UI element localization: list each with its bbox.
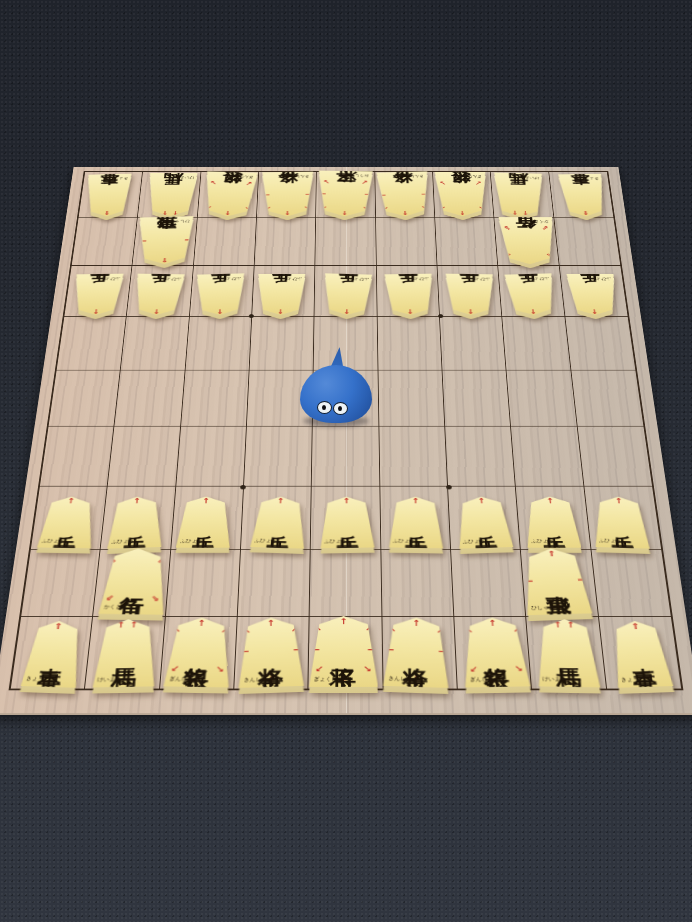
move-arrow-icon: ↘ [210, 179, 217, 184]
move-arrow-icon: ↘ [440, 180, 447, 185]
piece-sente-knight[interactable]: ↑↑桂馬けいま [93, 619, 159, 687]
piece-kana-label: ふひょう [42, 538, 66, 545]
piece-gote-lance[interactable]: ⇑香車きょうしゃ [85, 173, 132, 216]
piece-kana-label: ふひょう [161, 276, 181, 281]
piece-sente-pawn[interactable]: ↑歩兵ふひょう [176, 496, 233, 547]
piece-face: ⇑⇐⇒⇓飛車ひしゃ [520, 548, 593, 616]
piece-sente-pawn[interactable]: ↑歩兵ふひょう [455, 496, 514, 549]
piece-face: ↑↖↗↙↘銀将ぎんしょう [163, 617, 233, 687]
piece-gote-bishop[interactable]: ⇖⇗⇙⇘角行かくぎょう [499, 217, 558, 264]
move-arrow-icon: ↑ [343, 497, 351, 504]
piece-kana-label: ぎんしょう [168, 676, 199, 684]
move-arrow-icon: ⇑ [161, 257, 168, 263]
move-arrow-icon: ⇑ [631, 622, 640, 630]
square-46[interactable] [379, 427, 448, 487]
move-arrow-icon: ↖ [388, 625, 396, 634]
move-arrow-icon: ↗ [513, 625, 522, 633]
piece-face: ↑↑桂馬けいま [145, 173, 197, 216]
piece-face: ⇑香車きょうしゃ [558, 174, 608, 217]
move-arrow-icon: → [293, 646, 301, 655]
piece-face: ↑歩兵ふひょう [250, 496, 307, 549]
square-59[interactable]: ↑↖↗←→↙↘↓玉将ぎょくしょう [309, 617, 383, 688]
piece-kana-label: きょうしゃ [105, 176, 129, 181]
slime-toy [297, 347, 375, 427]
piece-gote-knight[interactable]: ↑↑桂馬けいま [494, 172, 544, 216]
move-arrow-icon: ↑ [267, 619, 275, 627]
square-63[interactable]: ↑歩兵ふひょう [252, 266, 315, 317]
slime-eye [317, 401, 332, 414]
square-13[interactable]: ↑歩兵ふひょう [559, 266, 627, 317]
piece-kana-label: ふひょう [470, 276, 490, 281]
square-62[interactable] [255, 218, 317, 266]
move-arrow-icon: ↑ [344, 308, 351, 314]
square-48[interactable] [381, 550, 454, 617]
piece-sente-pawn[interactable]: ↑歩兵ふひょう [37, 496, 98, 548]
move-arrow-icon: ↘ [215, 666, 224, 675]
piece-face: ↑↖↗↙↘銀将ぎんしょう [201, 171, 257, 217]
square-15[interactable] [571, 370, 643, 427]
piece-kana-label: おうしょう [346, 173, 370, 178]
piece-gote-pawn[interactable]: ↑歩兵ふひょう [196, 273, 244, 315]
square-57[interactable]: ↑歩兵ふひょう [311, 486, 381, 549]
piece-kana-label: ぎんしょう [469, 676, 500, 684]
piece-kana-label: ふひょう [325, 538, 348, 545]
piece-kanji-label: 歩兵 [268, 521, 290, 522]
square-45[interactable] [378, 370, 445, 427]
piece-kanji-label: 香車 [629, 653, 652, 654]
piece-face: ↑歩兵ふひょう [505, 273, 558, 315]
piece-kanji-label: 歩兵 [210, 294, 230, 295]
move-arrow-icon: ↗ [436, 626, 444, 635]
square-32[interactable] [435, 218, 498, 266]
piece-sente-bishop[interactable]: ⇖⇗⇙⇘角行かくぎょう [99, 548, 171, 615]
square-53[interactable]: ↑歩兵ふひょう [315, 266, 378, 317]
piece-kanji-label: 飛車 [156, 240, 177, 241]
square-93[interactable]: ↑歩兵ふひょう [64, 266, 132, 317]
move-arrow-icon: ↙ [170, 665, 179, 674]
square-47[interactable]: ↑歩兵ふひょう [380, 486, 451, 549]
square-26[interactable] [511, 427, 584, 487]
piece-face: ↑歩兵ふひょう [72, 274, 124, 315]
piece-kana-label: ふひょう [531, 538, 554, 544]
move-arrow-icon: ⇒ [140, 238, 147, 244]
square-14[interactable] [565, 317, 635, 371]
move-arrow-icon: ↑ [554, 620, 563, 628]
move-arrow-icon: ↙ [475, 180, 482, 185]
piece-kana-label: けいま [180, 175, 194, 180]
square-28[interactable]: ⇑⇐⇒⇓飛車ひしゃ [521, 550, 599, 617]
star-point [438, 314, 443, 318]
piece-face: ⇑香車きょうしゃ [21, 620, 86, 688]
square-29[interactable]: ↑↑桂馬けいま [526, 617, 606, 688]
move-arrow-icon: ↑ [216, 308, 223, 314]
square-41[interactable]: ↑↖↗←→↓金将きんしょう [375, 172, 435, 218]
square-98[interactable] [21, 550, 101, 617]
piece-kanji-label: 香車 [42, 653, 65, 654]
slime-eye [333, 402, 348, 415]
square-66[interactable] [244, 427, 313, 487]
piece-sente-pawn[interactable]: ↑歩兵ふひょう [592, 496, 650, 549]
square-11[interactable]: ⇑香車きょうしゃ [549, 172, 614, 218]
board-grid: ⇑香車きょうしゃ↑↑桂馬けいま↑↖↗↙↘銀将ぎんしょう↑↖↗←→↓金将きんしょう… [9, 171, 684, 690]
move-arrow-icon: ↖ [314, 624, 322, 632]
square-86[interactable] [108, 427, 181, 487]
piece-kana-label: きんしょう [388, 675, 418, 683]
piece-face: ⇑香車きょうしゃ [85, 173, 132, 216]
square-17[interactable]: ↑歩兵ふひょう [584, 486, 661, 549]
piece-gote-gold[interactable]: ↑↖↗←→↓金将きんしょう [262, 172, 314, 217]
move-arrow-icon: ↘ [363, 665, 371, 674]
move-arrow-icon: ⇒ [577, 576, 586, 584]
move-arrow-icon: ↑ [117, 621, 126, 629]
move-arrow-icon: ⇘ [151, 595, 160, 603]
move-arrow-icon: ← [311, 646, 319, 654]
piece-sente-silver[interactable]: ↑↖↗↙↘銀将ぎんしょう [163, 617, 233, 687]
piece-kana-label: きんしょう [286, 174, 310, 179]
piece-kana-label: ふひょう [393, 538, 416, 545]
move-arrow-icon: ↙ [245, 180, 252, 185]
move-arrow-icon: ↑ [412, 619, 420, 627]
move-arrow-icon: ↑ [284, 210, 291, 216]
square-88[interactable]: ⇖⇗⇙⇘角行かくぎょう [93, 550, 171, 617]
square-79[interactable]: ↑↖↗↙↘銀将ぎんしょう [160, 617, 238, 688]
piece-gote-pawn[interactable]: ↑歩兵ふひょう [133, 274, 185, 315]
move-arrow-icon: → [367, 646, 375, 654]
move-arrow-icon: ⇙ [542, 225, 549, 231]
square-84[interactable] [121, 317, 190, 371]
square-23[interactable]: ↑歩兵ふひょう [498, 266, 565, 317]
move-arrow-icon: → [263, 192, 270, 197]
piece-face: ↑歩兵ふひょう [37, 496, 98, 548]
move-arrow-icon: ↑ [467, 308, 474, 314]
piece-gote-pawn[interactable]: ↑歩兵ふひょう [567, 274, 620, 315]
piece-kana-label: ふひょう [349, 276, 369, 282]
piece-kana-label: けいま [543, 676, 562, 684]
square-22[interactable]: ⇖⇗⇙⇘角行かくぎょう [495, 218, 560, 266]
piece-gote-pawn[interactable]: ↑歩兵ふひょう [446, 274, 495, 315]
piece-gote-silver[interactable]: ↑↖↗↙↘銀将ぎんしょう [435, 172, 489, 216]
piece-kana-label: きんしょう [400, 173, 424, 178]
square-52[interactable] [316, 218, 377, 266]
move-arrow-icon: ↑ [340, 617, 348, 625]
piece-face: ↑歩兵ふひょう [108, 496, 164, 549]
move-arrow-icon: ↑ [153, 308, 161, 314]
move-arrow-icon: ⇑ [582, 210, 589, 216]
square-74[interactable] [185, 317, 252, 371]
square-89[interactable]: ↑↑桂馬けいま [85, 617, 165, 688]
piece-gote-rook[interactable]: ⇑⇐⇒⇓飛車ひしゃ [137, 216, 194, 264]
square-92[interactable] [72, 218, 138, 266]
move-arrow-icon: ⇘ [504, 225, 511, 231]
square-58[interactable] [310, 550, 382, 617]
piece-kana-label: ふひょう [112, 538, 135, 545]
square-73[interactable]: ↑歩兵ふひょう [190, 266, 255, 317]
square-18[interactable] [591, 550, 671, 617]
piece-kana-label: ふひょう [409, 276, 429, 281]
move-arrow-icon: ↑ [93, 308, 101, 314]
shogi-board: ⇑香車きょうしゃ↑↑桂馬けいま↑↖↗↙↘銀将ぎんしょう↑↖↗←→↓金将きんしょう… [0, 167, 692, 715]
piece-kanji-label: 歩兵 [125, 521, 147, 522]
square-77[interactable]: ↑歩兵ふひょう [171, 486, 244, 549]
piece-kanji-label: 金将 [259, 651, 284, 652]
move-arrow-icon: ↑ [130, 620, 139, 628]
piece-face: ↑歩兵ふひょう [133, 274, 185, 315]
square-97[interactable]: ↑歩兵ふひょう [31, 486, 108, 549]
piece-gote-pawn[interactable]: ↑歩兵ふひょう [72, 274, 124, 315]
square-56[interactable] [312, 427, 380, 487]
square-42[interactable] [376, 218, 438, 266]
piece-face: ⇑香車きょうしゃ [608, 620, 673, 688]
piece-sente-lance[interactable]: ⇑香車きょうしゃ [608, 620, 673, 688]
piece-gote-pawn[interactable]: ↑歩兵ふひょう [505, 273, 558, 315]
piece-gote-pawn[interactable]: ↑歩兵ふひょう [384, 274, 434, 315]
move-arrow-icon: ↑ [546, 497, 554, 504]
square-43[interactable]: ↑歩兵ふひょう [376, 266, 439, 317]
square-87[interactable]: ↑歩兵ふひょう [101, 486, 176, 549]
square-36[interactable] [445, 427, 516, 487]
move-arrow-icon: ⇙ [106, 594, 115, 602]
move-arrow-icon: → [320, 191, 327, 196]
move-arrow-icon: ↑ [615, 497, 623, 505]
square-71[interactable]: ↑↖↗↙↘銀将ぎんしょう [197, 172, 259, 218]
move-arrow-icon: ⇑ [548, 550, 557, 558]
piece-kana-label: ぎんしょう [230, 174, 254, 179]
move-arrow-icon: ↘ [324, 179, 331, 184]
piece-gote-gold[interactable]: ↑↖↗←→↓金将きんしょう [376, 171, 431, 217]
move-arrow-icon: ↑ [488, 619, 497, 627]
move-arrow-icon: → [438, 648, 446, 657]
piece-sente-knight[interactable]: ↑↑桂馬けいま [535, 619, 601, 687]
move-arrow-icon: ↑ [67, 497, 76, 504]
piece-face: ↑歩兵ふひょう [256, 274, 305, 315]
piece-sente-king-sente[interactable]: ↑↖↗←→↙↘↓玉将ぎょくしょう [309, 616, 378, 687]
piece-kana-label: きょうしゃ [621, 676, 652, 684]
square-61[interactable]: ↑↖↗←→↓金将きんしょう [257, 172, 317, 218]
piece-face: ⇑⇐⇒⇓飛車ひしゃ [137, 216, 194, 264]
piece-kana-label: きんしょう [243, 676, 273, 684]
piece-sente-pawn[interactable]: ↑歩兵ふひょう [389, 496, 443, 548]
move-arrow-icon: ↑ [459, 210, 466, 216]
piece-face: ↑歩兵ふひょう [455, 496, 514, 549]
square-67[interactable]: ↑歩兵ふひょう [241, 486, 312, 549]
piece-gote-pawn[interactable]: ↑歩兵ふひょう [256, 274, 305, 315]
move-arrow-icon: ↑ [277, 497, 285, 505]
piece-face: ↑歩兵ふひょう [567, 274, 620, 315]
square-12[interactable] [554, 218, 620, 266]
piece-kanji-label: 金将 [403, 651, 428, 652]
square-21[interactable]: ↑↑桂馬けいま [491, 172, 554, 218]
piece-sente-pawn[interactable]: ↑歩兵ふひょう [320, 496, 374, 548]
move-arrow-icon: ↗ [220, 626, 229, 634]
square-49[interactable]: ↑↖↗←→↓金将きんしょう [382, 617, 458, 688]
square-69[interactable]: ↑↖↗←→↓金将きんしょう [234, 617, 310, 688]
piece-kana-label: けいま [525, 175, 539, 180]
square-44[interactable] [377, 317, 442, 371]
square-37[interactable]: ↑歩兵ふひょう [448, 486, 521, 549]
square-34[interactable] [440, 317, 507, 371]
move-arrow-icon: ⇐ [525, 577, 534, 585]
square-76[interactable] [176, 427, 247, 487]
square-24[interactable] [502, 317, 571, 371]
square-96[interactable] [40, 427, 115, 487]
square-51[interactable]: ↑↖↗←→↙↘↓王将おうしょう [316, 172, 375, 218]
square-99[interactable]: ⇑香車きょうしゃ [11, 617, 93, 688]
move-arrow-icon: ↖ [172, 625, 181, 633]
square-38[interactable] [451, 550, 526, 617]
piece-kana-label: きょうしゃ [575, 176, 599, 181]
piece-face: ↑歩兵ふひょう [196, 273, 244, 315]
move-arrow-icon: ← [241, 648, 249, 657]
move-arrow-icon: ⇑ [104, 210, 111, 216]
square-95[interactable] [48, 370, 120, 427]
piece-kana-label: きょうしゃ [25, 675, 56, 683]
piece-face: ↑↖↗←→↓金将きんしょう [376, 171, 431, 217]
piece-kana-label: かくぎょう [104, 604, 134, 611]
move-arrow-icon: ↑ [342, 210, 349, 216]
piece-gote-knight[interactable]: ↑↑桂馬けいま [145, 173, 197, 216]
move-arrow-icon: ⇓ [555, 604, 564, 612]
move-arrow-icon: ⇓ [163, 219, 170, 225]
piece-kanji-label: 飛車 [544, 581, 568, 582]
piece-face: ↑↖↗↙↘銀将ぎんしょう [461, 617, 531, 687]
piece-sente-pawn[interactable]: ↑歩兵ふひょう [108, 496, 164, 549]
piece-gote-silver[interactable]: ↑↖↗↙↘銀将ぎんしょう [201, 171, 257, 217]
piece-sente-rook[interactable]: ⇑⇐⇒⇓飛車ひしゃ [520, 548, 593, 616]
square-83[interactable]: ↑歩兵ふひょう [127, 266, 194, 317]
slime-body [300, 365, 372, 423]
piece-kana-label: ふひょう [254, 537, 277, 544]
move-arrow-icon: ↖ [243, 626, 251, 635]
move-arrow-icon: ↑ [591, 308, 599, 314]
move-arrow-icon: ↑ [412, 497, 420, 504]
square-31[interactable]: ↑↖↗↙↘銀将ぎんしょう [433, 172, 495, 218]
piece-kana-label: ふひょう [100, 276, 120, 281]
piece-sente-pawn[interactable]: ↑歩兵ふひょう [523, 496, 581, 547]
move-arrow-icon: ↑ [197, 619, 206, 627]
square-81[interactable]: ↑↑桂馬けいま [138, 172, 201, 218]
piece-kanji-label: 歩兵 [610, 521, 632, 522]
square-94[interactable] [57, 317, 127, 371]
piece-face: ↑↖↗↙↘銀将ぎんしょう [435, 172, 489, 216]
piece-kana-label: ひしゃ [175, 219, 190, 224]
piece-face: ↑↖↗←→↙↘↓王将おうしょう [317, 170, 373, 216]
piece-sente-silver[interactable]: ↑↖↗↙↘銀将ぎんしょう [461, 617, 531, 687]
move-arrow-icon: ↙ [470, 666, 479, 675]
piece-face: ⇖⇗⇙⇘角行かくぎょう [499, 217, 558, 264]
piece-face: ↑↖↗←→↓金将きんしょう [262, 172, 314, 217]
move-arrow-icon: ↑ [133, 497, 141, 505]
square-72[interactable] [194, 218, 257, 266]
move-arrow-icon: ↙ [362, 179, 369, 184]
piece-kana-label: ふひょう [529, 276, 550, 282]
piece-face: ↑歩兵ふひょう [592, 496, 650, 549]
piece-kana-label: ぎんしょう [459, 174, 483, 179]
move-arrow-icon: ⇗ [157, 557, 166, 565]
piece-kana-label: ふひょう [599, 537, 622, 544]
piece-kana-label: ひしゃ [531, 605, 549, 612]
move-arrow-icon: ↑ [202, 497, 210, 504]
piece-face: ↑↖↗←→↓金将きんしょう [239, 617, 304, 688]
piece-sente-lance[interactable]: ⇑香車きょうしゃ [21, 620, 86, 688]
move-arrow-icon: ← [305, 191, 312, 196]
move-arrow-icon: ↗ [365, 624, 373, 632]
piece-face: ↑↑桂馬けいま [494, 172, 544, 216]
piece-kana-label: けいま [98, 676, 117, 684]
square-75[interactable] [181, 370, 250, 427]
photo-scene: ⇑香車きょうしゃ↑↑桂馬けいま↑↖↗↙↘銀将ぎんしょう↑↖↗←→↓金将きんしょう… [0, 0, 692, 922]
square-78[interactable] [165, 550, 240, 617]
square-27[interactable]: ↑歩兵ふひょう [516, 486, 591, 549]
move-arrow-icon: ↘ [514, 665, 523, 674]
piece-face: ↑歩兵ふひょう [176, 496, 233, 547]
piece-face: ↑↖↗←→↙↘↓玉将ぎょくしょう [309, 616, 378, 687]
piece-face: ↑歩兵ふひょう [389, 496, 443, 548]
piece-kana-label: ぎょくしょう [314, 676, 350, 683]
piece-sente-gold[interactable]: ↑↖↗←→↓金将きんしょう [239, 617, 304, 688]
piece-gote-pawn[interactable]: ↑歩兵ふひょう [323, 273, 373, 315]
square-16[interactable] [577, 427, 652, 487]
piece-kanji-label: 歩兵 [521, 294, 541, 295]
piece-kanji-label: 歩兵 [473, 521, 495, 522]
square-19[interactable]: ⇑香車きょうしゃ [599, 617, 682, 688]
move-arrow-icon: ↗ [291, 625, 299, 634]
move-arrow-icon: ↑ [530, 308, 538, 314]
move-arrow-icon: ↑ [406, 308, 413, 314]
square-85[interactable] [115, 370, 186, 427]
move-arrow-icon: ⇑ [54, 622, 63, 630]
piece-kana-label: ふひょう [221, 276, 241, 282]
square-25[interactable] [507, 370, 578, 427]
piece-face: ↑歩兵ふひょう [523, 496, 581, 547]
piece-kana-label: ふひょう [591, 276, 612, 281]
move-arrow-icon: ← [421, 191, 428, 197]
piece-gote-king-gote[interactable]: ↑↖↗←→↙↘↓王将おうしょう [317, 170, 373, 216]
piece-face: ⇖⇗⇙⇘角行かくぎょう [99, 548, 171, 615]
move-arrow-icon: ↑ [402, 210, 409, 216]
move-arrow-icon: ↑ [277, 308, 284, 314]
move-arrow-icon: → [379, 192, 386, 198]
piece-sente-pawn[interactable]: ↑歩兵ふひょう [250, 496, 307, 549]
square-33[interactable]: ↑歩兵ふひょう [437, 266, 502, 317]
square-68[interactable] [238, 550, 311, 617]
star-point [446, 485, 452, 489]
move-arrow-icon: ⇖ [109, 556, 118, 564]
square-91[interactable]: ⇑香車きょうしゃ [79, 172, 144, 218]
square-39[interactable]: ↑↖↗↙↘銀将ぎんしょう [454, 617, 532, 688]
square-35[interactable] [442, 370, 511, 427]
piece-gote-lance[interactable]: ⇑香車きょうしゃ [558, 174, 608, 217]
piece-face: ↑↑桂馬けいま [93, 619, 159, 687]
move-arrow-icon: ↑ [567, 621, 576, 629]
piece-face: ↑↑桂馬けいま [535, 619, 601, 687]
piece-kanji-label: 歩兵 [338, 294, 358, 295]
piece-kana-label: ふひょう [282, 276, 302, 281]
square-82[interactable]: ⇑⇐⇒⇓飛車ひしゃ [133, 218, 198, 266]
move-arrow-icon: ↑ [224, 210, 231, 216]
piece-kana-label: ふひょう [180, 538, 203, 544]
move-arrow-icon: ← [386, 646, 394, 655]
piece-kana-label: かくぎょう [525, 219, 550, 224]
piece-kana-label: ふひょう [463, 538, 486, 545]
piece-sente-gold[interactable]: ↑↖↗←→↓金将きんしょう [383, 617, 448, 688]
move-arrow-icon: ↖ [465, 626, 474, 634]
move-arrow-icon: ↙ [315, 665, 323, 674]
piece-face: ↑↖↗←→↓金将きんしょう [383, 617, 448, 688]
piece-face: ↑歩兵ふひょう [320, 496, 374, 548]
move-arrow-icon: ↑ [477, 497, 485, 505]
